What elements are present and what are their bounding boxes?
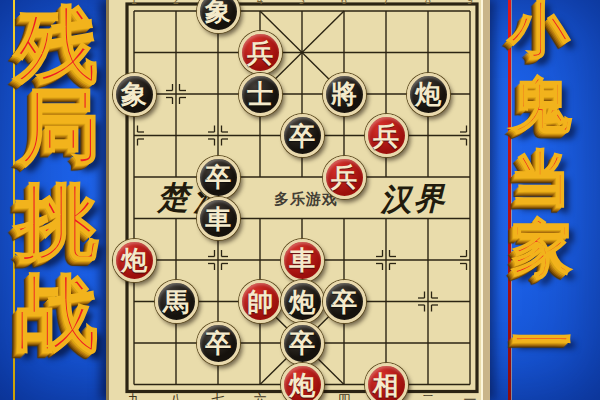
piece-red-cannon[interactable]: 炮 bbox=[281, 363, 324, 400]
left-banner-char: 挑 bbox=[16, 181, 98, 263]
left-banner-char: 残 bbox=[16, 4, 98, 86]
piece-red-soldier[interactable]: 兵 bbox=[239, 31, 282, 74]
piece-black-soldier[interactable]: 卒 bbox=[281, 322, 324, 365]
piece-character: 馬 bbox=[163, 289, 189, 315]
piece-character: 兵 bbox=[331, 164, 357, 190]
piece-character: 炮 bbox=[289, 289, 315, 315]
right-banner-char: 鬼 bbox=[511, 74, 571, 134]
piece-character: 將 bbox=[331, 81, 357, 107]
piece-character: 卒 bbox=[289, 330, 315, 356]
piece-black-chariot[interactable]: 車 bbox=[197, 197, 240, 240]
xiangqi-board: 楚 河 汉 界 多乐游戏 123456789 九八七六五四三二一 象兵象士將炮卒… bbox=[106, 0, 490, 400]
piece-black-general[interactable]: 將 bbox=[323, 73, 366, 116]
piece-character: 炮 bbox=[121, 247, 147, 273]
right-banner-char: 小 bbox=[509, 0, 569, 59]
left-banner-char: 战 bbox=[16, 272, 98, 354]
piece-character: 象 bbox=[121, 81, 147, 107]
piece-black-soldier[interactable]: 卒 bbox=[197, 156, 240, 199]
left-banner-char: 局 bbox=[18, 86, 100, 168]
right-banner-char: 当 bbox=[511, 148, 571, 208]
piece-character: 車 bbox=[205, 206, 231, 232]
piece-character: 相 bbox=[373, 372, 399, 398]
piece-character: 卒 bbox=[331, 289, 357, 315]
piece-character: 象 bbox=[205, 0, 231, 24]
piece-red-soldier[interactable]: 兵 bbox=[365, 114, 408, 157]
piece-black-horse[interactable]: 馬 bbox=[155, 280, 198, 323]
piece-black-advisor[interactable]: 士 bbox=[239, 73, 282, 116]
screenshot-root: 残 局 挑 战 楚 河 汉 界 多乐游戏 123456789 九八七六五四三二一… bbox=[0, 0, 600, 400]
piece-black-cannon[interactable]: 炮 bbox=[407, 73, 450, 116]
piece-red-general[interactable]: 帥 bbox=[239, 280, 282, 323]
piece-character: 卒 bbox=[205, 164, 231, 190]
piece-black-soldier[interactable]: 卒 bbox=[197, 322, 240, 365]
piece-character: 卒 bbox=[289, 123, 315, 149]
left-gold-divider-line bbox=[13, 0, 15, 400]
piece-red-soldier[interactable]: 兵 bbox=[323, 156, 366, 199]
piece-character: 炮 bbox=[289, 372, 315, 398]
piece-character: 士 bbox=[247, 81, 273, 107]
piece-character: 卒 bbox=[205, 330, 231, 356]
piece-character: 兵 bbox=[247, 40, 273, 66]
piece-black-soldier[interactable]: 卒 bbox=[323, 280, 366, 323]
piece-character: 炮 bbox=[415, 81, 441, 107]
piece-black-elephant[interactable]: 象 bbox=[113, 73, 156, 116]
right-banner-char: 一 bbox=[512, 311, 572, 371]
piece-red-elephant[interactable]: 相 bbox=[365, 363, 408, 400]
right-banner-char: 家 bbox=[512, 218, 572, 278]
piece-black-elephant[interactable]: 象 bbox=[197, 0, 240, 33]
piece-red-chariot[interactable]: 車 bbox=[281, 239, 324, 282]
piece-character: 兵 bbox=[373, 123, 399, 149]
piece-grid: 象兵象士將炮卒兵卒兵車炮車馬帥炮卒卒卒炮相 bbox=[113, 0, 491, 400]
piece-black-cannon[interactable]: 炮 bbox=[281, 280, 324, 323]
piece-red-cannon[interactable]: 炮 bbox=[113, 239, 156, 282]
piece-character: 車 bbox=[289, 247, 315, 273]
piece-character: 帥 bbox=[247, 289, 273, 315]
piece-black-soldier[interactable]: 卒 bbox=[281, 114, 324, 157]
